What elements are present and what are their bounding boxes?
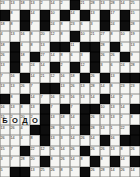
cell-r4c1[interactable]: 4 [0,31,10,41]
cell-r17c10[interactable]: 26 [90,167,100,177]
cell-r6c1[interactable]: 26 [0,52,10,62]
cell-number: 13 [110,104,115,108]
cell-number: 13 [0,83,5,87]
cell-number: 28 [110,0,115,4]
cell-r11c13[interactable]: 14 [120,104,130,114]
cell-number: 19 [130,31,135,35]
cell-number: 26 [110,52,115,56]
cell-r7c4[interactable]: 24 [30,62,40,72]
cell-number: 28 [50,125,55,129]
cell-number: 13 [10,104,15,108]
black-cell-r6c10 [90,52,100,62]
cell-r8c5[interactable]: 21 [40,73,50,83]
cell-r9c3[interactable]: 26 [20,83,30,93]
cell-r7c5[interactable]: 14 [40,62,50,72]
cell-number: 14 [30,94,35,98]
cell-r16c1[interactable]: 3 [0,156,10,166]
cell-r5c14[interactable]: 13 [130,42,140,52]
cell-r12c14[interactable]: 8 [130,114,140,124]
cell-r10c2[interactable]: 8 [10,94,20,104]
cell-r6c5[interactable]: 27 [40,52,50,62]
cell-number: 14 [70,10,75,14]
cell-r1c4[interactable]: 13 [30,0,40,10]
cell-number: 13 [0,125,5,129]
cell-number: 14 [90,94,95,98]
cell-r17c12[interactable]: 14 [110,167,120,177]
cell-number: 18 [0,42,5,46]
cell-number: 7 [70,104,73,108]
cell-r4c7[interactable]: 8 [60,31,70,41]
black-cell-r6c2 [10,52,20,62]
cell-number: 28 [20,156,25,160]
cell-r16c2[interactable]: 7 [10,156,20,166]
cell-r1c14[interactable]: 25 [130,0,140,10]
cell-r4c3[interactable]: 16 [20,31,30,41]
cell-r8c8[interactable]: 18 [70,73,80,83]
cell-number: 26 [0,135,5,139]
cell-r16c8[interactable]: 14 [70,156,80,166]
cell-r7c3[interactable]: 8 [20,62,30,72]
cell-r14c9[interactable]: 26 [80,135,90,145]
cell-r9c7[interactable]: 13 [60,83,70,93]
cell-r6c9[interactable]: 3 [80,52,90,62]
black-cell-r11c5 [40,104,50,114]
cell-r11c6[interactable]: 7 [50,104,60,114]
cell-number: 8 [30,31,33,35]
cell-r4c14[interactable]: 19 [130,31,140,41]
cell-r12c10[interactable]: 26 [90,114,100,124]
cell-number: 16 [10,73,15,77]
cell-number: 5 [120,42,123,46]
black-cell-r2c11 [100,10,110,20]
cell-number: 26 [70,83,75,87]
cell-r11c11[interactable]: 10 [100,104,110,114]
cell-r15c12[interactable]: 13 [110,146,120,156]
black-cell-r8c11 [100,73,110,83]
black-cell-r6c4 [30,52,40,62]
cell-r8c10[interactable]: 26 [90,73,100,83]
cell-number: 8 [110,83,113,87]
cell-r1c5[interactable]: 2 [40,0,50,10]
cell-r7c7[interactable]: 2 [60,62,70,72]
cell-number: 26 [20,83,25,87]
cell-number: 26 [90,167,95,171]
cell-r14c2[interactable]: 14 [10,135,20,145]
cell-number: 14 [70,135,75,139]
cell-r9c13[interactable]: 23 [120,83,130,93]
cell-r12c3[interactable]: 20Д [20,114,30,124]
cell-r15c11[interactable]: 26 [100,146,110,156]
cell-number: 14 [50,0,55,4]
cell-r15c7[interactable]: 14 [60,146,70,156]
cell-r1c9[interactable]: 21 [80,0,90,10]
cell-r6c3[interactable]: 18 [20,52,30,62]
cell-r13c2[interactable]: 26 [10,125,20,135]
cell-number: 26 [100,52,105,56]
cell-r10c13[interactable]: 2 [120,94,130,104]
cell-r9c11[interactable]: 14 [100,83,110,93]
cell-r7c13[interactable]: 24 [120,62,130,72]
cell-number: 14 [50,52,55,56]
cell-r5c3[interactable]: 4 [20,42,30,52]
cell-r10c12[interactable]: 14 [110,94,120,104]
cell-number: 21 [40,73,45,77]
cell-r13c3[interactable]: 4 [20,125,30,135]
cell-r4c10[interactable]: 21 [90,31,100,41]
cell-r3c10[interactable]: 3 [90,21,100,31]
cell-r5c11[interactable]: 28 [100,42,110,52]
cell-r15c4[interactable]: 22 [30,146,40,156]
cell-number: 7 [10,146,13,150]
cell-r11c4[interactable]: 13 [30,104,40,114]
cell-r12c12[interactable]: 13 [110,114,120,124]
cell-number: 8 [60,167,63,171]
cell-r8c1[interactable]: 7 [0,73,10,83]
cell-r17c5[interactable]: 25 [40,167,50,177]
cell-r6c6[interactable]: 14 [50,52,60,62]
cell-number: 26 [60,156,65,160]
cell-r3c9[interactable]: 6 [80,21,90,31]
cell-number: 13 [80,94,85,98]
cell-r8c4[interactable]: 14 [30,73,40,83]
cell-number: 12 [40,146,45,150]
cell-r14c10[interactable]: 14 [90,135,100,145]
cell-r13c8[interactable]: 14 [70,125,80,135]
cell-r8c12[interactable]: 13 [110,73,120,83]
cell-number: 8 [100,156,103,160]
black-cell-r7c2 [10,62,20,72]
cell-r1c10[interactable]: 28 [90,0,100,10]
cell-r11c8[interactable]: 7 [70,104,80,114]
cell-r2c8[interactable]: 14 [70,10,80,20]
cell-r4c2[interactable]: 13 [10,31,20,41]
black-cell-r13c14 [130,125,140,135]
cell-number: 16 [50,94,55,98]
cell-number: 8 [20,104,23,108]
cell-r16c13[interactable]: 14 [120,156,130,166]
cell-number: 20 [30,156,35,160]
cell-r1c1[interactable]: 23 [0,0,10,10]
cell-r6c7[interactable]: 8 [60,52,70,62]
cell-r14c12[interactable]: 16 [110,135,120,145]
black-cell-r2c1 [0,10,10,20]
cell-r12c2[interactable]: 2О [10,114,20,124]
cell-number: 14 [120,0,125,4]
cell-r12c11[interactable]: 13 [100,114,110,124]
cell-r4c9[interactable]: 10 [80,31,90,41]
cell-r10c8[interactable]: 16 [70,94,80,104]
cell-r13c12[interactable]: 1 [110,125,120,135]
cell-number: 23 [120,83,125,87]
cell-r16c4[interactable]: 20 [30,156,40,166]
cell-number: 7 [0,73,3,77]
cell-r11c3[interactable]: 8 [20,104,30,114]
cell-number: 12 [80,62,85,66]
cell-r6c12[interactable]: 26 [110,52,120,62]
cell-r9c12[interactable]: 8 [110,83,120,93]
cell-r13c10[interactable]: 28 [90,125,100,135]
black-cell-r14c14 [130,135,140,145]
cell-r10c6[interactable]: 16 [50,94,60,104]
cell-r2c4[interactable]: 14 [30,10,40,20]
cell-number: 7 [50,104,53,108]
cell-r14c4[interactable]: 8 [30,135,40,145]
cell-number: 13 [100,114,105,118]
cell-r17c8[interactable]: 5 [70,167,80,177]
cell-number: 13 [110,146,115,150]
codeword-grid: 2313181321422128132814258141014131715188… [0,0,140,177]
cell-r15c10[interactable]: 26 [90,146,100,156]
cell-number: 14 [120,156,125,160]
cell-r17c7[interactable]: 8 [60,167,70,177]
cell-r7c11[interactable]: 3 [100,62,110,72]
cell-r16c3[interactable]: 28 [20,156,30,166]
cell-number: 18 [70,73,75,77]
cell-r10c14[interactable]: 7 [130,94,140,104]
cell-r13c7[interactable]: 26 [60,125,70,135]
cell-r4c6[interactable]: 12 [50,31,60,41]
black-cell-r11c7 [60,104,70,114]
black-cell-r9c6 [50,83,60,93]
cell-r1c7[interactable]: 2 [60,0,70,10]
cell-number: 13 [30,167,35,171]
cell-number: 4 [20,125,23,129]
cell-number: 13 [30,0,35,4]
cell-r2c2[interactable]: 8 [10,10,20,20]
cell-r17c6[interactable]: 26 [50,167,60,177]
cell-r17c1[interactable]: 5 [0,167,10,177]
cell-r8c7[interactable]: 16 [60,73,70,83]
cell-r3c6[interactable]: 24 [50,21,60,31]
cell-r1c12[interactable]: 28 [110,0,120,10]
cell-r17c11[interactable]: 28 [100,167,110,177]
black-cell-r10c11 [100,94,110,104]
cell-r5c1[interactable]: 18 [0,42,10,52]
cell-r12c8[interactable]: 14 [70,114,80,124]
cell-number: 23 [70,21,75,25]
cell-number: 28 [90,125,95,129]
cell-number: 26 [90,114,95,118]
cell-r16c9[interactable]: 8 [80,156,90,166]
cell-r2c10[interactable]: 13 [90,10,100,20]
cell-r5c8[interactable]: 11 [70,42,80,52]
cell-number: 14 [30,73,35,77]
cell-r3c8[interactable]: 23 [70,21,80,31]
cell-r7c9[interactable]: 12 [80,62,90,72]
black-cell-r2c7 [60,10,70,20]
cell-r10c7[interactable]: 23 [60,94,70,104]
black-cell-r17c9 [80,167,90,177]
cell-r3c4[interactable]: 7 [30,21,40,31]
cell-r13c6[interactable]: 28 [50,125,60,135]
cell-r1c2[interactable]: 13 [10,0,20,10]
cell-r3c14[interactable]: 28 [130,21,140,31]
cell-r12c1[interactable]: 15Б [0,114,10,124]
black-cell-r11c14 [130,104,140,114]
cell-number: 13 [110,114,115,118]
cell-r6c8[interactable]: 6 [70,52,80,62]
cell-r9c2[interactable]: 13 [10,83,20,93]
cell-r10c9[interactable]: 13 [80,94,90,104]
cell-r17c13[interactable]: 26 [120,167,130,177]
cell-r2c12[interactable]: 17 [110,10,120,20]
cell-r1c3[interactable]: 18 [20,0,30,10]
cell-r15c14[interactable]: 26 [130,146,140,156]
cell-r12c4[interactable]: 2О [30,114,40,124]
black-cell-r1c8 [70,0,80,10]
cell-r12c6[interactable]: 13 [50,114,60,124]
cell-r13c13[interactable]: 22 [120,125,130,135]
cell-number: 26 [50,146,55,150]
cell-r9c8[interactable]: 26 [70,83,80,93]
cell-r14c8[interactable]: 14 [70,135,80,145]
cell-number: 18 [60,114,65,118]
cell-r1c6[interactable]: 14 [50,0,60,10]
cell-r6c11[interactable]: 26 [100,52,110,62]
black-cell-r9c5 [40,83,50,93]
cell-number: 13 [90,10,95,14]
cell-r4c4[interactable]: 8 [30,31,40,41]
cell-r3c1[interactable]: 18 [0,21,10,31]
cell-number: 3 [80,52,83,56]
black-cell-r5c7 [60,42,70,52]
cell-number: 18 [20,0,25,4]
cell-r1c11[interactable]: 13 [100,0,110,10]
cell-r9c4[interactable]: 7 [30,83,40,93]
cell-number: 2 [120,114,123,118]
cell-r7c1[interactable]: 13 [0,62,10,72]
cell-r13c1[interactable]: 13 [0,125,10,135]
cell-r5c5[interactable]: 13 [40,42,50,52]
cell-r11c12[interactable]: 13 [110,104,120,114]
cell-number: 10 [120,31,125,35]
cell-r15c13[interactable]: 8 [120,146,130,156]
cell-number: 12 [50,31,55,35]
cell-r4c13[interactable]: 10 [120,31,130,41]
cell-number: 2 [60,0,63,4]
cell-r11c1[interactable]: 16 [0,104,10,114]
cell-r15c1[interactable]: 15 [0,146,10,156]
cell-number: 6 [110,62,113,66]
cell-number: 24 [110,21,115,25]
cell-r16c11[interactable]: 8 [100,156,110,166]
cell-r14c3[interactable]: 4 [20,135,30,145]
cell-number: 18 [20,52,25,56]
cell-number: 10 [100,104,105,108]
cell-r4c5[interactable]: 20 [40,31,50,41]
black-cell-r4c8 [70,31,80,41]
black-cell-r10c3 [20,94,30,104]
cell-number: 5 [70,167,73,171]
cell-number: 12 [50,73,55,77]
cell-r6c14[interactable]: 9 [130,52,140,62]
cell-number: 23 [0,0,5,4]
cell-r7c14[interactable]: 28 [130,62,140,72]
cell-number: 3 [0,156,3,160]
cell-r16c6[interactable]: 8 [50,156,60,166]
cell-r7c12[interactable]: 6 [110,62,120,72]
cell-r15c2[interactable]: 7 [10,146,20,156]
cell-r9c10[interactable]: 28 [90,83,100,93]
cell-r8c2[interactable]: 16 [10,73,20,83]
cell-r10c4[interactable]: 14 [30,94,40,104]
cell-r3c7[interactable]: 8 [60,21,70,31]
cell-number: 14 [90,135,95,139]
cell-r10c10[interactable]: 14 [90,94,100,104]
black-cell-r7c8 [70,62,80,72]
cell-r13c11[interactable]: 13 [100,125,110,135]
cell-number: 25 [130,0,135,4]
cell-number: 26 [90,146,95,150]
cell-r11c2[interactable]: 13 [10,104,20,114]
cell-number: 13 [130,42,135,46]
cell-number: 26 [80,135,85,139]
cell-r12c7[interactable]: 18 [60,114,70,124]
cell-number: 14 [60,146,65,150]
cell-r16c7[interactable]: 26 [60,156,70,166]
cell-r14c1[interactable]: 26 [0,135,10,145]
cell-r2c14[interactable]: 15 [130,10,140,20]
cell-number: 4 [0,31,3,35]
cell-r5c13[interactable]: 5 [120,42,130,52]
cell-r3c12[interactable]: 24 [110,21,120,31]
cell-r15c5[interactable]: 12 [40,146,50,156]
cell-number: 28 [100,42,105,46]
cell-r12c13[interactable]: 2 [120,114,130,124]
cell-r15c6[interactable]: 26 [50,146,60,156]
cell-r10c5[interactable]: 7 [40,94,50,104]
cell-number: 15 [0,146,5,150]
black-cell-r2c5 [40,10,50,20]
cell-number: 13 [110,73,115,77]
cell-r1c13[interactable]: 14 [120,0,130,10]
cell-r5c4[interactable]: 8 [30,42,40,52]
cell-r17c4[interactable]: 13 [30,167,40,177]
cell-number: 3 [90,21,93,25]
cell-number: 24 [50,21,55,25]
cell-number: 8 [80,156,83,160]
cell-r9c9[interactable]: 13 [80,83,90,93]
cell-number: 5 [0,167,3,171]
cell-r3c2[interactable]: 8 [10,21,20,31]
black-cell-r8c14 [130,73,140,83]
black-cell-r16c10 [90,156,100,166]
cell-r9c1[interactable]: 13 [0,83,10,93]
cell-r8c6[interactable]: 12 [50,73,60,83]
black-cell-r5c6 [50,42,60,52]
black-cell-r16c5 [40,156,50,166]
cell-number: 7 [10,156,13,160]
black-cell-r11c9 [80,104,90,114]
cell-r4c11[interactable]: 27 [100,31,110,41]
cell-r4c12[interactable]: 8 [110,31,120,41]
cell-number: 14 [130,167,135,171]
cell-r15c8[interactable]: 26 [70,146,80,156]
cell-r9c14[interactable]: 23 [130,83,140,93]
black-cell-r5c2 [10,42,20,52]
cell-number: 2 [40,0,43,4]
cell-r2c6[interactable]: 10 [50,10,60,20]
cell-number: 1 [110,125,113,129]
cell-r17c14[interactable]: 14 [130,167,140,177]
cell-r14c6[interactable]: 13 [50,135,60,145]
cell-number: 8 [50,156,53,160]
cell-number: 14 [40,62,45,66]
cell-number: 14 [10,135,15,139]
cell-number: 8 [60,31,63,35]
cell-r14c7[interactable]: 3 [60,135,70,145]
cell-number: 14 [70,114,75,118]
